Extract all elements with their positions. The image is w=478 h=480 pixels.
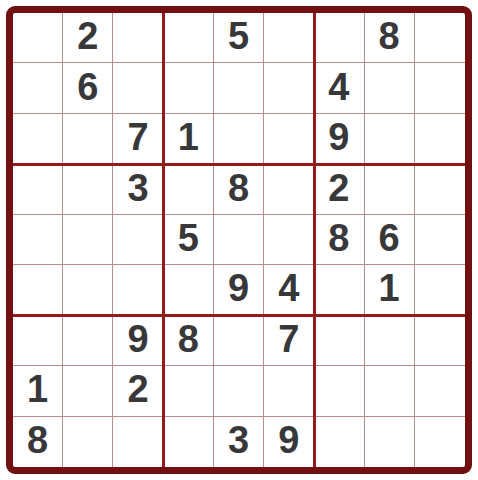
cell-r9c2[interactable] — [63, 417, 113, 467]
cell-r3c2[interactable] — [63, 114, 113, 164]
cell-r6c5[interactable]: 9 — [214, 265, 264, 315]
cell-r1c9[interactable] — [415, 13, 465, 63]
cell-r4c1[interactable] — [13, 164, 63, 214]
cell-r7c6[interactable]: 7 — [264, 316, 314, 366]
cell-r2c8[interactable] — [365, 63, 415, 113]
cell-r3c4[interactable]: 1 — [164, 114, 214, 164]
cell-r2c3[interactable] — [113, 63, 163, 113]
cell-r8c2[interactable] — [63, 366, 113, 416]
cell-r2c9[interactable] — [415, 63, 465, 113]
cell-r9c6[interactable]: 9 — [264, 417, 314, 467]
cell-r3c7[interactable]: 9 — [314, 114, 364, 164]
cell-r9c4[interactable] — [164, 417, 214, 467]
cell-r8c1[interactable]: 1 — [13, 366, 63, 416]
cell-r6c2[interactable] — [63, 265, 113, 315]
cell-r3c9[interactable] — [415, 114, 465, 164]
cell-r3c3[interactable]: 7 — [113, 114, 163, 164]
cell-r7c9[interactable] — [415, 316, 465, 366]
cell-r7c8[interactable] — [365, 316, 415, 366]
cell-r6c9[interactable] — [415, 265, 465, 315]
cell-r1c8[interactable]: 8 — [365, 13, 415, 63]
cell-r5c8[interactable]: 6 — [365, 215, 415, 265]
cell-r8c3[interactable]: 2 — [113, 366, 163, 416]
cell-r6c1[interactable] — [13, 265, 63, 315]
sudoku-page: 2586471938258694198712839 — [0, 0, 478, 480]
cell-r2c7[interactable]: 4 — [314, 63, 364, 113]
cell-r2c5[interactable] — [214, 63, 264, 113]
cell-r9c9[interactable] — [415, 417, 465, 467]
cell-r5c5[interactable] — [214, 215, 264, 265]
cell-r6c6[interactable]: 4 — [264, 265, 314, 315]
cell-r1c2[interactable]: 2 — [63, 13, 113, 63]
cell-r4c5[interactable]: 8 — [214, 164, 264, 214]
cell-r6c7[interactable] — [314, 265, 364, 315]
cell-r9c8[interactable] — [365, 417, 415, 467]
cell-r8c7[interactable] — [314, 366, 364, 416]
cell-r7c7[interactable] — [314, 316, 364, 366]
cell-r2c6[interactable] — [264, 63, 314, 113]
cell-r9c1[interactable]: 8 — [13, 417, 63, 467]
cell-r8c8[interactable] — [365, 366, 415, 416]
cell-r9c5[interactable]: 3 — [214, 417, 264, 467]
cell-r1c7[interactable] — [314, 13, 364, 63]
cell-r1c4[interactable] — [164, 13, 214, 63]
cell-r8c9[interactable] — [415, 366, 465, 416]
cell-r5c3[interactable] — [113, 215, 163, 265]
cell-r4c8[interactable] — [365, 164, 415, 214]
cell-r7c2[interactable] — [63, 316, 113, 366]
cell-r5c7[interactable]: 8 — [314, 215, 364, 265]
cell-r1c6[interactable] — [264, 13, 314, 63]
cell-r9c7[interactable] — [314, 417, 364, 467]
cell-r4c3[interactable]: 3 — [113, 164, 163, 214]
cell-r5c1[interactable] — [13, 215, 63, 265]
cell-r9c3[interactable] — [113, 417, 163, 467]
cell-r3c8[interactable] — [365, 114, 415, 164]
sudoku-board: 2586471938258694198712839 — [6, 6, 472, 474]
cell-r4c7[interactable]: 2 — [314, 164, 364, 214]
cell-r4c6[interactable] — [264, 164, 314, 214]
cell-r7c1[interactable] — [13, 316, 63, 366]
cell-r7c3[interactable]: 9 — [113, 316, 163, 366]
sudoku-grid: 2586471938258694198712839 — [13, 13, 465, 467]
cell-r3c5[interactable] — [214, 114, 264, 164]
cell-r8c4[interactable] — [164, 366, 214, 416]
cell-r8c5[interactable] — [214, 366, 264, 416]
cell-r2c4[interactable] — [164, 63, 214, 113]
cell-r4c4[interactable] — [164, 164, 214, 214]
cell-r6c4[interactable] — [164, 265, 214, 315]
cell-r5c4[interactable]: 5 — [164, 215, 214, 265]
cell-r4c9[interactable] — [415, 164, 465, 214]
cell-r6c8[interactable]: 1 — [365, 265, 415, 315]
cell-r3c6[interactable] — [264, 114, 314, 164]
cell-r5c2[interactable] — [63, 215, 113, 265]
cell-r1c1[interactable] — [13, 13, 63, 63]
cell-r7c4[interactable]: 8 — [164, 316, 214, 366]
cell-r8c6[interactable] — [264, 366, 314, 416]
cell-r2c1[interactable] — [13, 63, 63, 113]
cell-r3c1[interactable] — [13, 114, 63, 164]
cell-r2c2[interactable]: 6 — [63, 63, 113, 113]
cell-r5c6[interactable] — [264, 215, 314, 265]
cell-r1c3[interactable] — [113, 13, 163, 63]
cell-r7c5[interactable] — [214, 316, 264, 366]
cell-r4c2[interactable] — [63, 164, 113, 214]
cell-r1c5[interactable]: 5 — [214, 13, 264, 63]
cell-r5c9[interactable] — [415, 215, 465, 265]
cell-r6c3[interactable] — [113, 265, 163, 315]
